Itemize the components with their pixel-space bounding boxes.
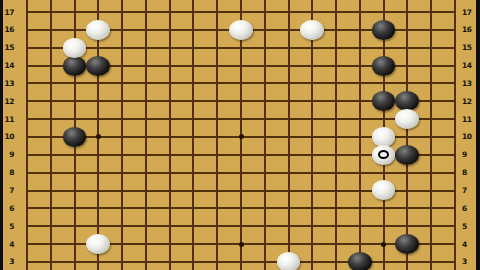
black-stone-Q14 (372, 56, 396, 76)
black-stone-R4 (395, 234, 419, 254)
board-point-Q10[interactable] (372, 128, 396, 146)
board-point-Q12[interactable] (372, 92, 396, 110)
board-point-Q14[interactable] (372, 57, 396, 75)
board-point-R4[interactable] (395, 235, 419, 253)
right-edge-bar (476, 0, 480, 270)
black-stone-Q16 (372, 20, 396, 40)
board-point-P3[interactable] (348, 253, 372, 270)
white-stone-D4 (86, 234, 110, 254)
white-stone-K16 (229, 20, 253, 40)
board-point-M3[interactable] (277, 253, 301, 270)
black-stone-C10 (63, 127, 87, 147)
board-point-Q7[interactable] (372, 182, 396, 200)
black-stone-Q12 (372, 91, 396, 111)
board-point-C10[interactable] (63, 128, 87, 146)
board-point-Q9[interactable] (372, 146, 396, 164)
board-point-C15[interactable] (63, 39, 87, 57)
white-stone-M3 (277, 252, 301, 270)
board-point-D4[interactable] (86, 235, 110, 253)
black-stone-P3 (348, 252, 372, 270)
black-stone-R9 (395, 145, 419, 165)
board-point-C14[interactable] (63, 57, 87, 75)
white-stone-D16 (86, 20, 110, 40)
stone-grid[interactable] (15, 3, 467, 270)
board-point-R11[interactable] (395, 110, 419, 128)
board-point-R12[interactable] (395, 92, 419, 110)
white-stone-Q10 (372, 127, 396, 147)
board-point-R9[interactable] (395, 146, 419, 164)
black-stone-C14 (63, 56, 87, 76)
white-stone-Q7 (372, 180, 396, 200)
board-point-N16[interactable] (300, 21, 324, 39)
white-stone-C15 (63, 38, 87, 58)
white-stone-R11 (395, 109, 419, 129)
last-move-marker (378, 150, 389, 159)
black-stone-D14 (86, 56, 110, 76)
board-point-D16[interactable] (86, 21, 110, 39)
go-board[interactable]: 1717161615151414131312121111101099887766… (0, 0, 480, 270)
white-stone-Q9 (372, 145, 396, 165)
board-point-D14[interactable] (86, 57, 110, 75)
board-point-K16[interactable] (229, 21, 253, 39)
white-stone-N16 (300, 20, 324, 40)
left-edge-bar (0, 0, 3, 270)
screenshot-frame: 1717161615151414131312121111101099887766… (0, 0, 480, 270)
board-point-Q16[interactable] (372, 21, 396, 39)
